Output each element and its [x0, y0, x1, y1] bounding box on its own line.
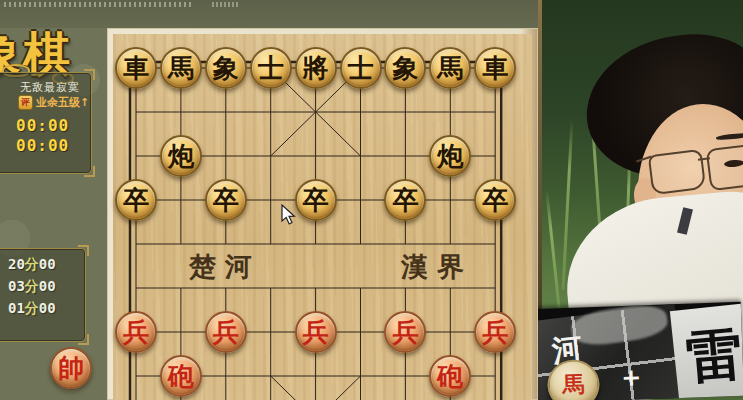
xiangqi-piece-black-卒[interactable]: 卒 [115, 179, 157, 221]
xiangqi-piece-black-卒[interactable]: 卒 [474, 179, 516, 221]
xiangqi-piece-red-兵[interactable]: 兵 [474, 311, 516, 353]
mouse-cursor [281, 204, 297, 226]
time-row-total: 20分00 [8, 256, 56, 274]
time-row-step: 03分00 [8, 278, 56, 296]
top-bar [0, 0, 538, 28]
xiangqi-piece-red-兵[interactable]: 兵 [295, 311, 337, 353]
logo-char-thunder: 雷 [683, 317, 743, 398]
xiangqi-piece-black-車[interactable]: 車 [474, 47, 516, 89]
xiangqi-piece-black-馬[interactable]: 馬 [429, 47, 471, 89]
glasses-lens [648, 149, 706, 195]
xiangqi-piece-black-士[interactable]: 士 [340, 47, 382, 89]
glasses-lens [706, 143, 743, 192]
xiangqi-piece-black-卒[interactable]: 卒 [295, 179, 337, 221]
xiangqi-piece-black-炮[interactable]: 炮 [160, 135, 202, 177]
river-label-right: 漢界 [400, 251, 473, 282]
xiangqi-piece-red-砲[interactable]: 砲 [160, 355, 202, 397]
panel-corner-ornament [78, 245, 89, 256]
xiangqi-piece-red-砲[interactable]: 砲 [429, 355, 471, 397]
xiangqi-piece-black-將[interactable]: 將 [295, 47, 337, 89]
channel-logo-strip: 河 雷 馬 + [538, 302, 743, 400]
sidebar-red-general-piece: 帥 [50, 347, 92, 389]
xiangqi-piece-black-馬[interactable]: 馬 [160, 47, 202, 89]
plant-stalk [545, 190, 562, 320]
webcam-video: 河 雷 馬 + [538, 0, 743, 400]
sidebar: 象棋 无敌最寂寞 评 业余五级↑ 00:00 00:00 20分00 03分00… [0, 28, 107, 400]
logo-cross-mark: + [621, 363, 642, 392]
xiangqi-piece-black-炮[interactable]: 炮 [429, 135, 471, 177]
rank-badge-icon: 评 [18, 95, 33, 110]
river-label-left: 楚河 [188, 251, 261, 282]
xiangqi-piece-black-卒[interactable]: 卒 [205, 179, 247, 221]
game-clock-1: 00:00 [16, 116, 69, 135]
top-bar-tiny-text [4, 2, 194, 7]
xiangqi-piece-black-士[interactable]: 士 [250, 47, 292, 89]
top-bar-tiny-text-2 [212, 2, 238, 7]
player-name: 无敌最寂寞 [20, 80, 80, 95]
xiangqi-piece-black-象[interactable]: 象 [205, 47, 247, 89]
xiangqi-piece-red-兵[interactable]: 兵 [115, 311, 157, 353]
xiangqi-piece-red-兵[interactable]: 兵 [205, 311, 247, 353]
panel-corner-ornament [78, 334, 89, 345]
time-row-countdown: 01分00 [8, 300, 56, 318]
panel-corner-ornament [84, 166, 95, 177]
app-window: 象棋 无敌最寂寞 评 业余五级↑ 00:00 00:00 20分00 03分00… [0, 0, 743, 400]
panel-corner-ornament [84, 69, 95, 80]
rank-text: 业余五级↑ [36, 95, 89, 110]
xiangqi-piece-black-車[interactable]: 車 [115, 47, 157, 89]
game-clock-2: 00:00 [16, 136, 69, 155]
player-rank-row: 评 业余五级↑ [18, 95, 89, 109]
